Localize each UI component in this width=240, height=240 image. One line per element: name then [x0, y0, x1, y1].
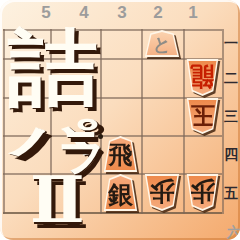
rank-label-一: 一 [221, 35, 240, 53]
shogi-piece-玉: 玉 [185, 98, 220, 134]
piece-kanji: 銀 [108, 182, 133, 207]
piece-body: と [143, 30, 181, 57]
shogi-piece-龍: 龍 [185, 59, 220, 96]
shogi-piece-歩: 歩 [143, 174, 181, 211]
piece-body: 歩 [185, 174, 220, 211]
file-label-6: 6 [0, 3, 5, 23]
file-label-2: 2 [146, 3, 170, 23]
file-label-1: 1 [181, 3, 205, 23]
piece-body: 龍 [185, 59, 220, 96]
piece-body: 玉 [185, 98, 220, 134]
rank-label-四: 四 [221, 146, 240, 164]
piece-kanji: 歩 [190, 179, 215, 204]
title-char-II: Ⅱ [30, 170, 85, 233]
rank-label-五: 五 [221, 185, 240, 203]
rank-label-六: 六 [224, 224, 240, 240]
piece-kanji: 歩 [150, 179, 175, 204]
file-label-3: 3 [110, 3, 134, 23]
rank-label-二: 二 [221, 70, 240, 88]
shogi-piece-と: と [143, 30, 181, 57]
piece-kanji: と [153, 36, 171, 54]
piece-kanji: 玉 [191, 103, 215, 127]
rank-label-三: 三 [221, 108, 240, 126]
title-char-tsume: 詰 [8, 26, 99, 108]
piece-kanji: 飛 [109, 143, 133, 167]
piece-body: 歩 [143, 174, 181, 211]
grid-vline [3, 29, 5, 214]
piece-kanji: 龍 [190, 64, 215, 89]
shogi-board-panel: 654321一二三四五六と龍玉飛銀歩歩 詰 パ ラ Ⅱ [0, 0, 240, 240]
shogi-piece-歩: 歩 [185, 174, 220, 211]
app-icon[interactable]: 654321一二三四五六と龍玉飛銀歩歩 詰 パ ラ Ⅱ [0, 0, 240, 240]
